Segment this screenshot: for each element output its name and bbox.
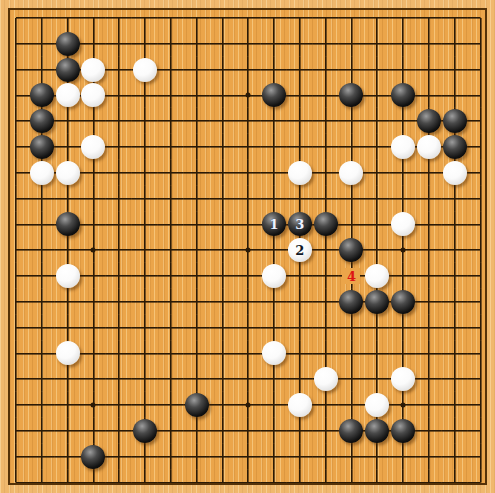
board-cell[interactable] (29, 57, 55, 83)
board-cell[interactable] (287, 263, 313, 289)
board-cell[interactable] (313, 289, 339, 315)
board-cell[interactable] (106, 341, 132, 367)
board-cell[interactable] (210, 212, 236, 238)
white-stone[interactable] (262, 264, 286, 288)
board-cell[interactable] (106, 31, 132, 57)
board-cell[interactable] (235, 5, 261, 31)
board-cell[interactable] (287, 341, 313, 367)
board-cell[interactable] (416, 341, 442, 367)
board-cell[interactable] (261, 186, 287, 212)
board-cell[interactable] (132, 289, 158, 315)
board-cell[interactable] (158, 470, 184, 493)
board-cell[interactable] (390, 5, 416, 31)
board-cell[interactable] (3, 134, 29, 160)
board-cell[interactable] (158, 237, 184, 263)
board-cell[interactable] (416, 366, 442, 392)
board-cell[interactable] (468, 212, 494, 238)
board-cell[interactable] (442, 5, 468, 31)
board-cell[interactable] (3, 315, 29, 341)
board-cell[interactable] (132, 470, 158, 493)
black-stone[interactable] (56, 32, 80, 56)
board-cell[interactable] (132, 237, 158, 263)
board-cell[interactable] (261, 444, 287, 470)
black-stone[interactable] (417, 109, 441, 133)
white-stone[interactable] (365, 264, 389, 288)
board-cell[interactable] (390, 31, 416, 57)
board-cell[interactable] (468, 237, 494, 263)
board-cell[interactable] (184, 82, 210, 108)
black-stone[interactable] (443, 135, 467, 159)
board-cell[interactable] (364, 263, 390, 289)
move-4-point-marker[interactable]: 4 (342, 268, 360, 284)
board-cell[interactable] (442, 315, 468, 341)
board-cell[interactable] (442, 263, 468, 289)
board-cell[interactable] (313, 341, 339, 367)
board-cell[interactable] (158, 341, 184, 367)
board-cell[interactable] (339, 134, 365, 160)
board-cell[interactable] (287, 289, 313, 315)
board-cell[interactable] (313, 108, 339, 134)
board-cell[interactable] (106, 134, 132, 160)
board-cell[interactable] (442, 186, 468, 212)
board-cell[interactable] (158, 366, 184, 392)
board-cell[interactable] (3, 289, 29, 315)
board-cell[interactable] (364, 366, 390, 392)
board-cell[interactable] (29, 237, 55, 263)
black-stone[interactable] (339, 238, 363, 262)
board-cell[interactable] (313, 392, 339, 418)
black-stone[interactable] (81, 445, 105, 469)
board-cell[interactable] (442, 31, 468, 57)
board-cell[interactable] (210, 444, 236, 470)
white-stone-move-2[interactable]: 2 (288, 238, 312, 262)
board-cell[interactable] (390, 263, 416, 289)
black-stone[interactable] (339, 83, 363, 107)
board-cell[interactable] (442, 237, 468, 263)
board-cell[interactable] (235, 186, 261, 212)
board-cell[interactable] (235, 31, 261, 57)
board-cell[interactable] (468, 134, 494, 160)
board-cell[interactable] (29, 31, 55, 57)
board-cell[interactable] (287, 82, 313, 108)
board-cell[interactable] (235, 366, 261, 392)
black-stone[interactable] (133, 419, 157, 443)
board-cell[interactable] (80, 108, 106, 134)
board-cell[interactable] (287, 57, 313, 83)
board-cell[interactable] (442, 289, 468, 315)
board-cell[interactable] (158, 418, 184, 444)
board-cell[interactable] (184, 186, 210, 212)
white-stone[interactable] (262, 341, 286, 365)
board-cell[interactable] (184, 160, 210, 186)
board-cell[interactable] (235, 237, 261, 263)
board-cell[interactable] (390, 444, 416, 470)
board-cell[interactable] (261, 263, 287, 289)
board-cell[interactable] (287, 315, 313, 341)
board-cell[interactable] (80, 392, 106, 418)
board-cell[interactable] (390, 134, 416, 160)
board-cell[interactable] (235, 82, 261, 108)
board-cell[interactable] (287, 134, 313, 160)
board-cell[interactable] (339, 212, 365, 238)
board-cell[interactable] (468, 5, 494, 31)
board-cell[interactable] (106, 263, 132, 289)
board-cell[interactable] (364, 237, 390, 263)
board-cell[interactable] (416, 263, 442, 289)
board-cell[interactable] (184, 134, 210, 160)
board-cell[interactable] (3, 5, 29, 31)
board-cell[interactable] (416, 289, 442, 315)
board-cell[interactable] (210, 470, 236, 493)
board-cell[interactable] (390, 366, 416, 392)
board-cell[interactable] (210, 160, 236, 186)
board-cell[interactable] (80, 315, 106, 341)
board-cell[interactable] (132, 418, 158, 444)
board-cell[interactable] (235, 212, 261, 238)
board-cell[interactable] (29, 315, 55, 341)
board-cell[interactable] (80, 470, 106, 493)
board-cell[interactable] (158, 82, 184, 108)
board-cell[interactable] (313, 315, 339, 341)
board-cell[interactable] (55, 289, 81, 315)
board-cell[interactable] (184, 341, 210, 367)
board-cell[interactable] (313, 5, 339, 31)
board-cell[interactable] (235, 418, 261, 444)
board-cell[interactable] (416, 57, 442, 83)
board-cell[interactable] (390, 289, 416, 315)
board-cell[interactable] (339, 444, 365, 470)
board-cell[interactable] (261, 392, 287, 418)
board-cell[interactable] (364, 392, 390, 418)
board-cell[interactable] (210, 289, 236, 315)
board-cell[interactable] (287, 186, 313, 212)
board-cell[interactable] (442, 444, 468, 470)
board-cell[interactable] (313, 444, 339, 470)
board-cell[interactable] (158, 134, 184, 160)
white-stone[interactable] (81, 83, 105, 107)
board-cell[interactable] (313, 134, 339, 160)
board-cell[interactable] (158, 57, 184, 83)
board-cell[interactable] (416, 237, 442, 263)
white-stone[interactable] (391, 135, 415, 159)
board-cell[interactable] (442, 392, 468, 418)
board-cell[interactable] (106, 366, 132, 392)
board-cell[interactable] (3, 108, 29, 134)
board-cell[interactable] (339, 470, 365, 493)
board-cell[interactable] (468, 444, 494, 470)
board-cell[interactable] (390, 341, 416, 367)
board-cell[interactable] (416, 186, 442, 212)
board-cell[interactable] (313, 418, 339, 444)
board-cell[interactable] (390, 418, 416, 444)
board-cell[interactable] (364, 134, 390, 160)
board-cell[interactable] (287, 470, 313, 493)
white-stone[interactable] (30, 161, 54, 185)
board-cell[interactable] (158, 444, 184, 470)
board-cell[interactable] (235, 315, 261, 341)
board-cell[interactable] (390, 470, 416, 493)
white-stone[interactable] (56, 83, 80, 107)
board-cell[interactable] (364, 5, 390, 31)
board-cell[interactable] (210, 134, 236, 160)
board-cell[interactable] (80, 82, 106, 108)
board-cell[interactable] (29, 366, 55, 392)
board-cell[interactable] (364, 82, 390, 108)
board-cell[interactable] (235, 160, 261, 186)
board-cell[interactable] (261, 31, 287, 57)
board-cell[interactable] (55, 392, 81, 418)
board-cell[interactable] (235, 444, 261, 470)
board-cell[interactable] (55, 237, 81, 263)
board-cell[interactable] (132, 444, 158, 470)
board-cell[interactable] (29, 160, 55, 186)
board-cell[interactable] (364, 57, 390, 83)
black-stone[interactable] (30, 109, 54, 133)
board-cell[interactable] (106, 418, 132, 444)
board-cell[interactable] (106, 212, 132, 238)
board-cell[interactable] (55, 108, 81, 134)
board-cell[interactable] (184, 263, 210, 289)
board-cell[interactable] (158, 160, 184, 186)
board-cell[interactable] (313, 186, 339, 212)
board-cell[interactable] (468, 31, 494, 57)
white-stone[interactable] (443, 161, 467, 185)
board-cell[interactable] (339, 5, 365, 31)
black-stone[interactable] (56, 58, 80, 82)
board-cell[interactable] (106, 5, 132, 31)
board-cell[interactable] (55, 82, 81, 108)
board-cell[interactable] (55, 418, 81, 444)
board-cell[interactable] (106, 315, 132, 341)
board-cell[interactable] (261, 366, 287, 392)
board-cell[interactable] (210, 108, 236, 134)
board-cell[interactable] (132, 108, 158, 134)
board-cell[interactable] (468, 263, 494, 289)
board-cell[interactable] (106, 470, 132, 493)
board-cell[interactable] (158, 108, 184, 134)
board-cell[interactable] (3, 470, 29, 493)
black-stone[interactable] (56, 212, 80, 236)
board-cell[interactable] (132, 31, 158, 57)
board-cell[interactable]: 1 (261, 212, 287, 238)
board-cell[interactable] (390, 108, 416, 134)
board-cell[interactable] (3, 341, 29, 367)
white-stone[interactable] (314, 367, 338, 391)
board-cell[interactable] (210, 82, 236, 108)
board-cell[interactable] (29, 444, 55, 470)
board-cell[interactable] (261, 315, 287, 341)
board-cell[interactable] (184, 212, 210, 238)
board-cell[interactable] (106, 186, 132, 212)
board-cell[interactable] (468, 366, 494, 392)
board-cell[interactable] (106, 57, 132, 83)
board-cell[interactable] (468, 315, 494, 341)
board-cell[interactable] (29, 5, 55, 31)
board-cell[interactable] (106, 160, 132, 186)
board-cell[interactable] (416, 31, 442, 57)
board-cell[interactable] (390, 392, 416, 418)
board-cell[interactable] (390, 57, 416, 83)
board-cell[interactable] (416, 82, 442, 108)
board-cell[interactable] (55, 470, 81, 493)
board-cell[interactable] (390, 212, 416, 238)
board-cell[interactable] (468, 57, 494, 83)
board-cell[interactable] (184, 5, 210, 31)
board-cell[interactable] (29, 212, 55, 238)
black-stone[interactable] (365, 290, 389, 314)
board-cell[interactable] (468, 186, 494, 212)
board-cell[interactable] (339, 237, 365, 263)
board-cell[interactable] (158, 263, 184, 289)
black-stone[interactable] (391, 290, 415, 314)
board-cell[interactable] (80, 418, 106, 444)
board-cell[interactable] (261, 341, 287, 367)
board-cell[interactable] (261, 134, 287, 160)
board-cell[interactable] (416, 418, 442, 444)
board-cell[interactable] (416, 5, 442, 31)
black-stone[interactable] (391, 83, 415, 107)
board-cell[interactable] (132, 315, 158, 341)
black-stone[interactable] (185, 393, 209, 417)
board-cell[interactable] (29, 263, 55, 289)
board-cell[interactable] (106, 237, 132, 263)
white-stone[interactable] (81, 135, 105, 159)
board-cell[interactable] (158, 31, 184, 57)
board-cell[interactable] (468, 418, 494, 444)
board-cell[interactable] (468, 108, 494, 134)
board-cell[interactable] (158, 212, 184, 238)
board-cell[interactable] (80, 186, 106, 212)
board-cell[interactable] (3, 237, 29, 263)
board-cell[interactable] (3, 82, 29, 108)
board-cell[interactable] (261, 470, 287, 493)
board-cell[interactable] (132, 5, 158, 31)
board-cell[interactable] (442, 82, 468, 108)
board-cell[interactable] (339, 392, 365, 418)
board-cell[interactable]: 3 (287, 212, 313, 238)
board-cell[interactable] (261, 289, 287, 315)
board-cell[interactable] (416, 212, 442, 238)
board-cell[interactable] (184, 315, 210, 341)
board-cell[interactable] (158, 392, 184, 418)
white-stone[interactable] (365, 393, 389, 417)
board-cell[interactable] (468, 392, 494, 418)
board-cell[interactable] (339, 31, 365, 57)
board-cell[interactable] (442, 134, 468, 160)
board-cell[interactable] (235, 263, 261, 289)
board-cell[interactable] (3, 392, 29, 418)
board-cell[interactable] (210, 418, 236, 444)
black-stone[interactable] (30, 135, 54, 159)
board-cell[interactable] (442, 108, 468, 134)
board-cell[interactable] (287, 444, 313, 470)
board-cell[interactable] (29, 392, 55, 418)
board-cell[interactable] (442, 160, 468, 186)
board-cell[interactable] (55, 31, 81, 57)
board-cell[interactable] (210, 315, 236, 341)
board-cell[interactable] (313, 160, 339, 186)
board-cell[interactable] (313, 237, 339, 263)
board-cell[interactable] (80, 5, 106, 31)
board-cell[interactable] (132, 212, 158, 238)
white-stone[interactable] (56, 264, 80, 288)
board-cell[interactable] (339, 289, 365, 315)
board-cell[interactable] (261, 108, 287, 134)
board-cell[interactable] (468, 470, 494, 493)
board-cell[interactable] (158, 315, 184, 341)
board-cell[interactable] (468, 160, 494, 186)
board-cell[interactable] (313, 82, 339, 108)
board-cell[interactable] (261, 5, 287, 31)
black-stone-move-3[interactable]: 3 (288, 212, 312, 236)
board-cell[interactable] (106, 392, 132, 418)
board-cell[interactable] (132, 160, 158, 186)
board-cell[interactable] (416, 392, 442, 418)
board-cell[interactable] (3, 31, 29, 57)
board-cell[interactable] (210, 392, 236, 418)
board-cell[interactable] (55, 57, 81, 83)
board-cell[interactable] (132, 263, 158, 289)
board-cell[interactable] (261, 237, 287, 263)
board-cell[interactable] (80, 212, 106, 238)
board-cell[interactable] (132, 341, 158, 367)
board-cell[interactable] (390, 160, 416, 186)
board-cell[interactable] (287, 392, 313, 418)
black-stone[interactable] (262, 83, 286, 107)
board-cell[interactable] (158, 5, 184, 31)
board-cell[interactable] (364, 186, 390, 212)
board-cell[interactable] (80, 263, 106, 289)
board-cell[interactable] (339, 57, 365, 83)
board-cell[interactable] (468, 289, 494, 315)
board-cell[interactable] (184, 289, 210, 315)
black-stone[interactable] (339, 419, 363, 443)
board-cell[interactable] (339, 186, 365, 212)
board-cell[interactable] (442, 341, 468, 367)
board-cell[interactable] (210, 263, 236, 289)
board-cell[interactable] (390, 186, 416, 212)
board-cell[interactable] (313, 212, 339, 238)
white-stone[interactable] (417, 135, 441, 159)
board-cell[interactable] (80, 134, 106, 160)
board-cell[interactable] (442, 418, 468, 444)
board-cell[interactable] (3, 160, 29, 186)
black-stone[interactable] (314, 212, 338, 236)
board-cell[interactable] (80, 237, 106, 263)
board-cell[interactable] (158, 186, 184, 212)
board-cell[interactable] (3, 57, 29, 83)
board-cell[interactable] (364, 470, 390, 493)
board-cell[interactable] (132, 134, 158, 160)
board-cell[interactable] (132, 186, 158, 212)
board-cell[interactable] (416, 108, 442, 134)
board-cell[interactable] (184, 470, 210, 493)
board-cell[interactable] (287, 418, 313, 444)
board-cell[interactable] (339, 418, 365, 444)
board-cell[interactable] (210, 237, 236, 263)
board-cell[interactable] (261, 418, 287, 444)
board-cell[interactable] (55, 444, 81, 470)
board-cell[interactable] (106, 108, 132, 134)
board-cell[interactable] (364, 315, 390, 341)
board-cell[interactable] (287, 160, 313, 186)
board-cell[interactable] (132, 82, 158, 108)
white-stone[interactable] (339, 161, 363, 185)
board-cell[interactable] (55, 263, 81, 289)
board-cell[interactable] (55, 315, 81, 341)
board-cell[interactable] (261, 82, 287, 108)
board-cell[interactable] (416, 470, 442, 493)
